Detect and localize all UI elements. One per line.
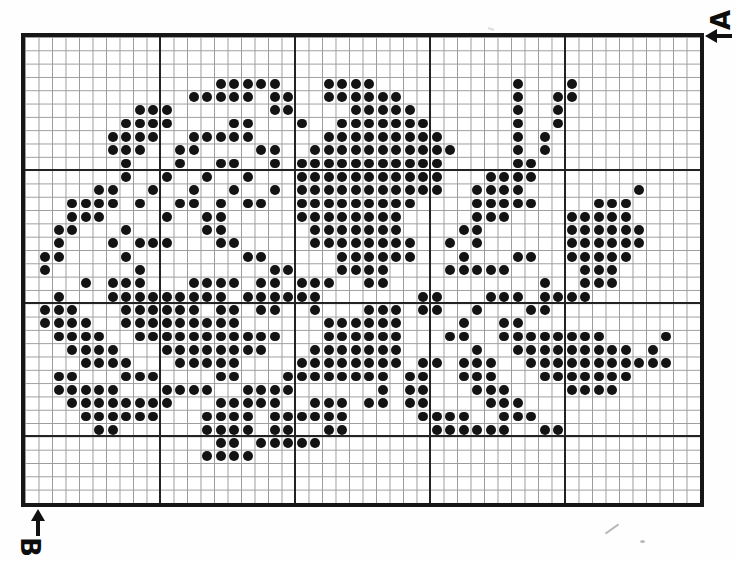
- pattern-dot: [459, 425, 469, 435]
- pattern-dot: [324, 172, 334, 182]
- pattern-dot: [364, 145, 374, 155]
- pattern-dot: [526, 199, 536, 209]
- pattern-dot: [513, 119, 523, 129]
- pattern-dot: [486, 212, 496, 222]
- pattern-dot: [94, 199, 104, 209]
- pattern-dot: [594, 332, 604, 342]
- pattern-dot: [148, 119, 158, 129]
- pattern-dot: [67, 305, 77, 315]
- pattern-dot: [580, 225, 590, 235]
- pattern-dot: [553, 119, 563, 129]
- pattern-dot: [391, 119, 401, 129]
- pattern-dot: [378, 105, 388, 115]
- pattern-dot: [607, 238, 617, 248]
- pattern-dot: [94, 345, 104, 355]
- pattern-dot: [621, 252, 631, 262]
- pattern-dot: [283, 105, 293, 115]
- pattern-dot: [526, 172, 536, 182]
- pattern-dot: [594, 225, 604, 235]
- pattern-dot: [148, 332, 158, 342]
- pattern-dot: [351, 145, 361, 155]
- pattern-dot: [418, 159, 428, 169]
- pattern-dot: [175, 199, 185, 209]
- pattern-dot: [135, 292, 145, 302]
- pattern-dot: [54, 385, 64, 395]
- pattern-dot: [121, 145, 131, 155]
- pattern-dot: [270, 278, 280, 288]
- pattern-dot: [202, 358, 212, 368]
- pattern-dot: [351, 185, 361, 195]
- pattern-dot: [405, 238, 415, 248]
- pattern-dot: [135, 132, 145, 142]
- bold-grid-line: [159, 37, 161, 503]
- bold-grid-line: [25, 435, 700, 437]
- pattern-dot: [580, 358, 590, 368]
- pattern-dot: [121, 172, 131, 182]
- pattern-dot: [94, 412, 104, 422]
- pattern-dot: [526, 358, 536, 368]
- pattern-dot: [567, 372, 577, 382]
- pattern-dot: [364, 252, 374, 262]
- pattern-dot: [378, 199, 388, 209]
- pattern-dot: [351, 225, 361, 235]
- pattern-dot: [202, 385, 212, 395]
- pattern-dot: [297, 438, 307, 448]
- pattern-dot: [391, 225, 401, 235]
- pattern-dot: [202, 278, 212, 288]
- pattern-dot: [310, 372, 320, 382]
- pattern-dot: [432, 145, 442, 155]
- pattern-dot: [256, 199, 266, 209]
- pattern-dot: [162, 332, 172, 342]
- pattern-dot: [229, 119, 239, 129]
- pattern-dot: [297, 159, 307, 169]
- pattern-dot: [486, 385, 496, 395]
- pattern-dot: [189, 305, 199, 315]
- pattern-dot: [270, 92, 280, 102]
- pattern-dot: [351, 212, 361, 222]
- pattern-dot: [270, 185, 280, 195]
- pattern-dot: [270, 159, 280, 169]
- pattern-dot: [81, 398, 91, 408]
- pattern-dot: [364, 119, 374, 129]
- pattern-dot: [486, 265, 496, 275]
- pattern-dot: [486, 372, 496, 382]
- pattern-dot: [229, 159, 239, 169]
- pattern-dot: [432, 412, 442, 422]
- pattern-dot: [499, 385, 509, 395]
- marker-b-label: B: [16, 533, 44, 561]
- pattern-dot: [175, 305, 185, 315]
- pattern-dot: [567, 79, 577, 89]
- pattern-dot: [391, 145, 401, 155]
- pattern-dot: [418, 292, 428, 302]
- pattern-dot: [445, 412, 455, 422]
- pattern-dot: [391, 199, 401, 209]
- pattern-dot: [594, 238, 604, 248]
- bold-grid-line: [25, 302, 700, 304]
- pattern-dot: [594, 252, 604, 262]
- pattern-dot: [621, 238, 631, 248]
- pattern-dot: [324, 332, 334, 342]
- pattern-dot: [94, 212, 104, 222]
- pattern-dot: [499, 172, 509, 182]
- pattern-dot: [391, 92, 401, 102]
- pattern-dot: [162, 119, 172, 129]
- pattern-dot: [310, 199, 320, 209]
- pattern-dot: [661, 358, 671, 368]
- pattern-dot: [337, 212, 347, 222]
- pattern-dot: [243, 79, 253, 89]
- pattern-dot: [486, 358, 496, 368]
- pattern-dot: [135, 372, 145, 382]
- pattern-dot: [337, 199, 347, 209]
- pattern-dot: [418, 412, 428, 422]
- pattern-dot: [351, 79, 361, 89]
- pattern-dot: [270, 398, 280, 408]
- pattern-dot: [337, 358, 347, 368]
- pattern-dot: [202, 92, 212, 102]
- pattern-dot: [580, 278, 590, 288]
- pattern-dot: [432, 185, 442, 195]
- pattern-dot: [391, 105, 401, 115]
- pattern-dot: [324, 212, 334, 222]
- pattern-dot: [337, 172, 347, 182]
- pattern-dot: [229, 451, 239, 461]
- pattern-dot: [486, 199, 496, 209]
- pattern-dot: [405, 372, 415, 382]
- pattern-dot: [432, 292, 442, 302]
- pattern-dot: [553, 292, 563, 302]
- pattern-dot: [229, 238, 239, 248]
- scan-smudge: [640, 540, 645, 543]
- pattern-dot: [297, 278, 307, 288]
- pattern-dot: [229, 305, 239, 315]
- pattern-dot: [81, 412, 91, 422]
- pattern-dot: [391, 332, 401, 342]
- pattern-dot: [648, 358, 658, 368]
- pattern-dot: [54, 252, 64, 262]
- pattern-dot: [567, 92, 577, 102]
- pattern-dot: [202, 172, 212, 182]
- pattern-dot: [513, 172, 523, 182]
- pattern-dot: [67, 398, 77, 408]
- pattern-dot: [364, 398, 374, 408]
- pattern-dot: [229, 278, 239, 288]
- pattern-dot: [108, 145, 118, 155]
- pattern-dot: [202, 318, 212, 328]
- pattern-dot: [418, 372, 428, 382]
- pattern-dot: [445, 145, 455, 155]
- pattern-dot: [108, 199, 118, 209]
- pattern-dot: [405, 105, 415, 115]
- pattern-dot: [243, 172, 253, 182]
- pattern-dot: [189, 332, 199, 342]
- pattern-dot: [594, 212, 604, 222]
- pattern-dot: [378, 358, 388, 368]
- pattern-dot: [135, 119, 145, 129]
- pattern-dot: [270, 292, 280, 302]
- pattern-dot: [607, 199, 617, 209]
- pattern-dot: [189, 292, 199, 302]
- pattern-dot: [351, 318, 361, 328]
- pattern-dot: [540, 358, 550, 368]
- pattern-dot: [216, 425, 226, 435]
- pattern-dot: [189, 185, 199, 195]
- pattern-dot: [418, 185, 428, 195]
- pattern-dot: [472, 305, 482, 315]
- pattern-dot: [216, 332, 226, 342]
- pattern-dot: [472, 358, 482, 368]
- pattern-dot: [297, 185, 307, 195]
- pattern-dot: [121, 225, 131, 235]
- pattern-dot: [499, 412, 509, 422]
- bold-grid-line: [564, 37, 566, 503]
- pattern-dot: [162, 105, 172, 115]
- pattern-dot: [337, 145, 347, 155]
- pattern-dot: [216, 278, 226, 288]
- pattern-dot: [256, 398, 266, 408]
- pattern-dot: [67, 318, 77, 328]
- pattern-dot: [486, 172, 496, 182]
- pattern-dot: [256, 305, 266, 315]
- pattern-dot: [162, 318, 172, 328]
- pattern-dot: [135, 145, 145, 155]
- pattern-dot: [499, 199, 509, 209]
- pattern-dot: [324, 412, 334, 422]
- pattern-dot: [202, 225, 212, 235]
- pattern-dot: [567, 212, 577, 222]
- pattern-dot: [472, 372, 482, 382]
- pattern-dot: [324, 145, 334, 155]
- pattern-dot: [499, 265, 509, 275]
- pattern-dot: [607, 358, 617, 368]
- pattern-dot: [310, 292, 320, 302]
- pattern-dot: [486, 185, 496, 195]
- pattern-dot: [661, 332, 671, 342]
- pattern-dot: [405, 185, 415, 195]
- pattern-dot: [472, 199, 482, 209]
- pattern-dot: [378, 278, 388, 288]
- pattern-dot: [337, 265, 347, 275]
- pattern-dot: [270, 265, 280, 275]
- pattern-dot: [351, 265, 361, 275]
- pattern-dot: [540, 332, 550, 342]
- pattern-dot: [189, 199, 199, 209]
- pattern-dot: [472, 265, 482, 275]
- pattern-dot: [378, 145, 388, 155]
- pattern-dot: [108, 425, 118, 435]
- pattern-dot: [364, 172, 374, 182]
- bold-grid-line: [25, 169, 700, 171]
- pattern-dot: [229, 318, 239, 328]
- pattern-dot: [567, 358, 577, 368]
- pattern-dot: [283, 265, 293, 275]
- pattern-dot: [162, 385, 172, 395]
- pattern-dot: [418, 385, 428, 395]
- pattern-dot: [418, 305, 428, 315]
- pattern-dot: [580, 238, 590, 248]
- pattern-dot: [256, 385, 266, 395]
- pattern-dot: [459, 332, 469, 342]
- pattern-dot: [459, 252, 469, 262]
- pattern-dot: [513, 92, 523, 102]
- pattern-dot: [148, 412, 158, 422]
- pattern-dot: [310, 212, 320, 222]
- chart-board: [21, 33, 704, 507]
- pattern-dot: [202, 451, 212, 461]
- pattern-dot: [405, 172, 415, 182]
- pattern-dot: [216, 212, 226, 222]
- pattern-dot: [378, 185, 388, 195]
- pattern-dot: [391, 305, 401, 315]
- pattern-dot: [135, 238, 145, 248]
- arrow-a-head: [705, 29, 717, 43]
- pattern-dot: [67, 345, 77, 355]
- pattern-dot: [418, 132, 428, 142]
- pattern-dot: [297, 119, 307, 129]
- pattern-dot: [94, 358, 104, 368]
- pattern-dot: [108, 185, 118, 195]
- pattern-dot: [202, 332, 212, 342]
- arrow-a-icon: [705, 29, 733, 43]
- scan-smudge: [488, 27, 494, 31]
- pattern-dot: [216, 372, 226, 382]
- pattern-dot: [540, 292, 550, 302]
- pattern-dot: [472, 345, 482, 355]
- pattern-dot: [216, 398, 226, 408]
- pattern-dot: [40, 305, 50, 315]
- pattern-dot: [351, 238, 361, 248]
- pattern-dot: [243, 425, 253, 435]
- pattern-dot: [189, 145, 199, 155]
- pattern-dot: [553, 332, 563, 342]
- pattern-dot: [540, 372, 550, 382]
- pattern-dot: [189, 345, 199, 355]
- pattern-dot: [216, 358, 226, 368]
- pattern-dot: [256, 345, 266, 355]
- pattern-dot: [81, 345, 91, 355]
- pattern-dot: [405, 145, 415, 155]
- pattern-dot: [324, 92, 334, 102]
- pattern-dot: [580, 385, 590, 395]
- pattern-dot: [229, 79, 239, 89]
- pattern-dot: [553, 345, 563, 355]
- pattern-dot: [135, 412, 145, 422]
- pattern-dot: [378, 332, 388, 342]
- pattern-dot: [432, 159, 442, 169]
- pattern-dot: [216, 412, 226, 422]
- pattern-dot: [189, 92, 199, 102]
- pattern-dot: [607, 345, 617, 355]
- pattern-dot: [270, 145, 280, 155]
- pattern-dot: [351, 172, 361, 182]
- pattern-dot: [337, 79, 347, 89]
- pattern-dot: [283, 372, 293, 382]
- pattern-dot: [337, 412, 347, 422]
- pattern-dot: [364, 305, 374, 315]
- pattern-dot: [432, 132, 442, 142]
- pattern-dot: [229, 438, 239, 448]
- pattern-dot: [54, 238, 64, 248]
- pattern-dot: [553, 105, 563, 115]
- pattern-dot: [364, 212, 374, 222]
- pattern-dot: [634, 185, 644, 195]
- pattern-dot: [108, 385, 118, 395]
- pattern-dot: [324, 278, 334, 288]
- pattern-dot: [378, 265, 388, 275]
- pattern-dot: [580, 252, 590, 262]
- pattern-dot: [459, 225, 469, 235]
- pattern-dot: [391, 212, 401, 222]
- pattern-dot: [67, 225, 77, 235]
- pattern-dot: [607, 265, 617, 275]
- pattern-dot: [121, 159, 131, 169]
- pattern-dot: [324, 398, 334, 408]
- pattern-dot: [337, 92, 347, 102]
- pattern-dot: [364, 132, 374, 142]
- pattern-dot: [324, 425, 334, 435]
- pattern-dot: [364, 92, 374, 102]
- pattern-dot: [54, 318, 64, 328]
- pattern-dot: [121, 119, 131, 129]
- pattern-dot: [405, 159, 415, 169]
- pattern-dot: [229, 345, 239, 355]
- pattern-dot: [364, 332, 374, 342]
- pattern-dot: [108, 292, 118, 302]
- pattern-dot: [459, 318, 469, 328]
- pattern-dot: [148, 318, 158, 328]
- pattern-dot: [54, 225, 64, 235]
- pattern-dot: [337, 185, 347, 195]
- pattern-dot: [67, 199, 77, 209]
- pattern-dot: [297, 172, 307, 182]
- pattern-dot: [607, 225, 617, 235]
- pattern-dot: [202, 132, 212, 142]
- pattern-dot: [310, 345, 320, 355]
- pattern-dot: [189, 132, 199, 142]
- pattern-dot: [270, 79, 280, 89]
- pattern-dot: [580, 372, 590, 382]
- pattern-dot: [297, 372, 307, 382]
- pattern-dot: [337, 332, 347, 342]
- pattern-dot: [162, 238, 172, 248]
- pattern-dot: [351, 159, 361, 169]
- pattern-dot: [162, 305, 172, 315]
- pattern-dot: [418, 398, 428, 408]
- pattern-dot: [54, 292, 64, 302]
- pattern-dot: [567, 238, 577, 248]
- pattern-dot: [459, 265, 469, 275]
- pattern-dot: [378, 132, 388, 142]
- pattern-dot: [81, 278, 91, 288]
- pattern-dot: [472, 238, 482, 248]
- pattern-dot: [499, 212, 509, 222]
- pattern-dot: [135, 199, 145, 209]
- pattern-dot: [513, 159, 523, 169]
- pattern-dot: [94, 385, 104, 395]
- pattern-dot: [607, 385, 617, 395]
- pattern-dot: [67, 332, 77, 342]
- pattern-dot: [513, 332, 523, 342]
- pattern-dot: [364, 238, 374, 248]
- pattern-dot: [364, 199, 374, 209]
- pattern-dot: [256, 278, 266, 288]
- pattern-dot: [378, 318, 388, 328]
- pattern-dot: [256, 292, 266, 302]
- pattern-dot: [378, 372, 388, 382]
- pattern-dot: [108, 398, 118, 408]
